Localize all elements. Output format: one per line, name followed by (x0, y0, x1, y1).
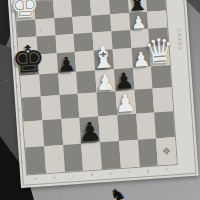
square-b1 (44, 145, 65, 173)
square-d4 (76, 71, 96, 94)
square-f6 (111, 30, 131, 49)
square-h4 (151, 65, 171, 88)
rank-label-4: 4 (14, 84, 20, 89)
square-d5 (75, 51, 95, 72)
rank-label-5: 5 (12, 63, 18, 68)
square-g1 (137, 138, 158, 166)
square-h7 (147, 10, 167, 28)
rank-label-7: 7 (10, 26, 16, 31)
square-e4: ♟ (95, 69, 115, 92)
square-e5: ♝ (94, 49, 114, 70)
square-h1: ❖ (156, 137, 177, 165)
square-b3 (40, 95, 60, 120)
square-a1 (25, 146, 46, 174)
square-b2 (42, 119, 63, 146)
square-h5: ♛ (150, 45, 170, 66)
square-e2 (98, 115, 119, 142)
rank-label-6: 6 (11, 44, 17, 49)
off-board-piece-silhouette: ♞ (107, 184, 128, 200)
square-c8 (53, 0, 73, 18)
square-g3 (134, 89, 154, 114)
square-g6 (130, 29, 150, 48)
square-d7 (72, 16, 92, 34)
rank-label-3: 3 (15, 107, 21, 112)
square-f5 (112, 48, 132, 69)
square-e6 (92, 31, 112, 50)
square-a6 (18, 37, 38, 56)
square-g2 (136, 112, 157, 139)
square-e7 (91, 14, 111, 32)
square-a7 (16, 20, 36, 38)
play-area: ♚♝♟♚♟♝♟♛♟♟♟♟❖ (14, 0, 178, 176)
square-c7 (54, 17, 74, 35)
square-a5: ♚ (19, 54, 39, 75)
square-f4: ♟ (114, 68, 134, 91)
rank-label-2: 2 (17, 132, 23, 137)
square-c6 (55, 34, 75, 53)
square-a3 (22, 96, 42, 121)
square-b7 (35, 18, 55, 36)
square-f2 (117, 114, 138, 141)
photo-grain (0, 0, 1, 1)
rank-label-8: 8 (9, 9, 15, 14)
square-h3 (153, 87, 173, 112)
square-b4 (39, 73, 59, 96)
square-h2 (154, 111, 175, 138)
square-f1 (119, 140, 140, 168)
square-f3: ♟ (115, 90, 135, 115)
square-d1 (81, 142, 102, 170)
square-e1 (100, 141, 121, 169)
square-g4 (132, 67, 152, 90)
square-c4 (58, 72, 78, 95)
square-c2 (61, 118, 82, 145)
square-g5: ♟ (131, 47, 151, 68)
rank-label-1: 1 (19, 158, 25, 163)
square-b5 (38, 53, 58, 74)
square-c3 (59, 94, 79, 119)
corner-emblem-icon: ❖ (162, 146, 172, 157)
chessboard: ♚♝♟♚♟♝♟♛♟♟♟♟❖ CHESS 87654321abcdefgh (7, 0, 198, 188)
square-d2: ♟ (80, 116, 101, 143)
square-e3 (97, 91, 117, 116)
photo-frame: ♚♝♟♚♟♝♟♛♟♟♟♟❖ CHESS 87654321abcdefgh ♞ (0, 0, 200, 200)
square-b6 (36, 35, 56, 54)
square-d3 (78, 92, 98, 117)
square-e8 (90, 0, 110, 16)
square-f7 (110, 13, 130, 31)
square-a2 (23, 120, 44, 147)
square-c5: ♟ (56, 52, 76, 73)
square-g7: ♟ (129, 12, 149, 30)
square-h6 (149, 27, 169, 46)
square-d8 (71, 0, 91, 17)
square-a8: ♚ (15, 2, 35, 21)
square-b8 (34, 0, 54, 19)
square-d6 (74, 33, 94, 52)
square-a4 (20, 74, 40, 97)
square-c1 (63, 144, 84, 172)
